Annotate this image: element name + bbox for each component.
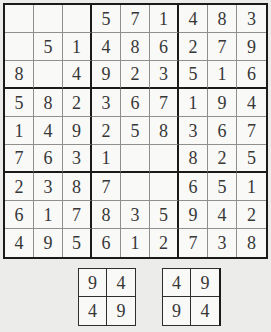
- cell-r7c7: 6: [179, 173, 208, 201]
- cell-r5c8: 6: [208, 117, 237, 145]
- candidate-grid-right: 4994: [162, 268, 221, 326]
- cell-r4c6: 7: [150, 89, 179, 117]
- sudoku-grid: 5714835148627984923516582367194149258367…: [3, 3, 268, 259]
- cell-r3c3: 4: [63, 61, 92, 89]
- cell-r6c5: [121, 145, 150, 173]
- arrangement-a-cell-r1c1: 9: [79, 269, 107, 297]
- cell-r5c6: 8: [150, 117, 179, 145]
- arrangement-a-cell-r2c1: 4: [79, 297, 107, 325]
- cell-r5c7: 3: [179, 117, 208, 145]
- cell-r1c6: 1: [150, 5, 179, 33]
- arrangement-b-cell-r1c1: 4: [163, 269, 191, 297]
- cell-r7c9: 1: [237, 173, 266, 201]
- cell-r6c8: 2: [208, 145, 237, 173]
- cell-r2c6: 6: [150, 33, 179, 61]
- cell-r5c1: 1: [5, 117, 34, 145]
- cell-r2c7: 2: [179, 33, 208, 61]
- cell-r9c3: 5: [63, 229, 92, 257]
- cell-r4c8: 9: [208, 89, 237, 117]
- cell-r3c8: 1: [208, 61, 237, 89]
- cell-r7c6: [150, 173, 179, 201]
- cell-r3c6: 3: [150, 61, 179, 89]
- cell-r8c7: 9: [179, 201, 208, 229]
- cell-r8c2: 1: [34, 201, 63, 229]
- cell-r9c1: 4: [5, 229, 34, 257]
- arrangement-b-cell-r2c2: 4: [191, 297, 219, 325]
- cell-r2c3: 1: [63, 33, 92, 61]
- cell-r7c3: 8: [63, 173, 92, 201]
- cell-r6c2: 6: [34, 145, 63, 173]
- cell-r8c9: 2: [237, 201, 266, 229]
- cell-r9c5: 1: [121, 229, 150, 257]
- cell-r4c4: 3: [92, 89, 121, 117]
- cell-r9c7: 7: [179, 229, 208, 257]
- cell-r2c8: 7: [208, 33, 237, 61]
- cell-r7c5: [121, 173, 150, 201]
- cell-r2c4: 4: [92, 33, 121, 61]
- cell-r2c9: 9: [237, 33, 266, 61]
- cell-r6c7: 8: [179, 145, 208, 173]
- cell-r2c1: [5, 33, 34, 61]
- cell-r3c2: [34, 61, 63, 89]
- cell-r9c6: 2: [150, 229, 179, 257]
- cell-r3c7: 5: [179, 61, 208, 89]
- cell-r5c4: 2: [92, 117, 121, 145]
- cell-r6c6: [150, 145, 179, 173]
- cell-r1c7: 4: [179, 5, 208, 33]
- cell-r1c4: 5: [92, 5, 121, 33]
- cell-r2c2: 5: [34, 33, 63, 61]
- cell-r5c9: 7: [237, 117, 266, 145]
- cell-r1c9: 3: [237, 5, 266, 33]
- cell-r2c5: 8: [121, 33, 150, 61]
- arrangement-a-cell-r2c2: 9: [107, 297, 135, 325]
- cell-r8c5: 3: [121, 201, 150, 229]
- cell-r8c6: 5: [150, 201, 179, 229]
- cell-r7c8: 5: [208, 173, 237, 201]
- cell-r6c1: 7: [5, 145, 34, 173]
- cell-r4c2: 8: [34, 89, 63, 117]
- cell-r8c8: 4: [208, 201, 237, 229]
- cell-r3c9: 6: [237, 61, 266, 89]
- cell-r6c9: 5: [237, 145, 266, 173]
- cell-r9c2: 9: [34, 229, 63, 257]
- cell-r4c1: 5: [5, 89, 34, 117]
- cell-r4c5: 6: [121, 89, 150, 117]
- cell-r3c4: 9: [92, 61, 121, 89]
- sudoku-page: 5714835148627984923516582367194149258367…: [0, 0, 271, 332]
- cell-r8c4: 8: [92, 201, 121, 229]
- cell-r1c8: 8: [208, 5, 237, 33]
- cell-r4c7: 1: [179, 89, 208, 117]
- candidate-grid-left: 9449: [78, 268, 136, 326]
- cell-r1c5: 7: [121, 5, 150, 33]
- cell-r9c4: 6: [92, 229, 121, 257]
- cell-r6c4: 1: [92, 145, 121, 173]
- arrangement-b-cell-r2c1: 9: [163, 297, 191, 325]
- cell-r5c3: 9: [63, 117, 92, 145]
- cell-r1c2: [34, 5, 63, 33]
- cell-r4c9: 4: [237, 89, 266, 117]
- cell-r3c1: 8: [5, 61, 34, 89]
- cell-r1c3: [63, 5, 92, 33]
- cell-r9c8: 3: [208, 229, 237, 257]
- cell-r4c3: 2: [63, 89, 92, 117]
- cell-r3c5: 2: [121, 61, 150, 89]
- cell-r7c2: 3: [34, 173, 63, 201]
- cell-r6c3: 3: [63, 145, 92, 173]
- cell-r9c9: 8: [237, 229, 266, 257]
- cell-r8c3: 7: [63, 201, 92, 229]
- cell-r8c1: 6: [5, 201, 34, 229]
- cell-r5c5: 5: [121, 117, 150, 145]
- arrangement-b-cell-r1c2: 9: [191, 269, 219, 297]
- cell-r7c1: 2: [5, 173, 34, 201]
- cell-r1c1: [5, 5, 34, 33]
- cell-r7c4: 7: [92, 173, 121, 201]
- arrangement-a-cell-r1c2: 4: [107, 269, 135, 297]
- cell-r5c2: 4: [34, 117, 63, 145]
